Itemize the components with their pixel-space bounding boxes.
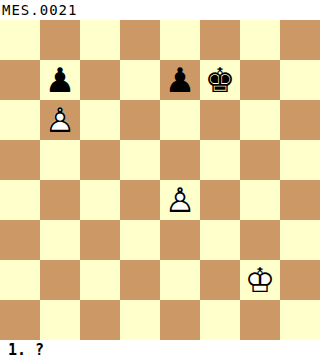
move-prompt: 1. ? xyxy=(8,341,44,359)
square-d1[interactable] xyxy=(120,300,160,340)
black-king-glyph: ♚ xyxy=(200,60,240,100)
square-a3[interactable] xyxy=(0,220,40,260)
square-g5[interactable] xyxy=(240,140,280,180)
square-c7[interactable] xyxy=(80,60,120,100)
square-a5[interactable] xyxy=(0,140,40,180)
diagram-footer: 1. ? xyxy=(0,340,320,360)
square-e4[interactable]: ♟♙ xyxy=(160,180,200,220)
square-b2[interactable] xyxy=(40,260,80,300)
square-b8[interactable] xyxy=(40,20,80,60)
square-h4[interactable] xyxy=(280,180,320,220)
square-b4[interactable] xyxy=(40,180,80,220)
white-pawn: ♟♙ xyxy=(40,100,80,140)
square-e6[interactable] xyxy=(160,100,200,140)
square-h8[interactable] xyxy=(280,20,320,60)
square-c2[interactable] xyxy=(80,260,120,300)
square-c5[interactable] xyxy=(80,140,120,180)
square-g8[interactable] xyxy=(240,20,280,60)
square-d5[interactable] xyxy=(120,140,160,180)
square-d6[interactable] xyxy=(120,100,160,140)
square-b6[interactable]: ♟♙ xyxy=(40,100,80,140)
square-a8[interactable] xyxy=(0,20,40,60)
square-d7[interactable] xyxy=(120,60,160,100)
square-a7[interactable] xyxy=(0,60,40,100)
square-h3[interactable] xyxy=(280,220,320,260)
square-c1[interactable] xyxy=(80,300,120,340)
square-e5[interactable] xyxy=(160,140,200,180)
square-f1[interactable] xyxy=(200,300,240,340)
black-pawn: ♟ xyxy=(160,60,200,100)
black-king: ♚ xyxy=(200,60,240,100)
square-c6[interactable] xyxy=(80,100,120,140)
square-g7[interactable] xyxy=(240,60,280,100)
square-f7[interactable]: ♚ xyxy=(200,60,240,100)
chess-board: ♟♟♚♟♙♟♙♚♔ xyxy=(0,20,320,340)
square-b1[interactable] xyxy=(40,300,80,340)
square-f4[interactable] xyxy=(200,180,240,220)
square-c4[interactable] xyxy=(80,180,120,220)
black-pawn-glyph: ♟ xyxy=(160,60,200,100)
square-b3[interactable] xyxy=(40,220,80,260)
square-e2[interactable] xyxy=(160,260,200,300)
square-e1[interactable] xyxy=(160,300,200,340)
puzzle-id: MES.0021 xyxy=(2,2,77,18)
diagram-header: MES.0021 xyxy=(0,0,320,20)
square-d4[interactable] xyxy=(120,180,160,220)
square-f8[interactable] xyxy=(200,20,240,60)
square-f3[interactable] xyxy=(200,220,240,260)
square-g1[interactable] xyxy=(240,300,280,340)
square-a6[interactable] xyxy=(0,100,40,140)
square-g2[interactable]: ♚♔ xyxy=(240,260,280,300)
square-f6[interactable] xyxy=(200,100,240,140)
white-king: ♚♔ xyxy=(240,260,280,300)
square-h2[interactable] xyxy=(280,260,320,300)
square-g3[interactable] xyxy=(240,220,280,260)
square-h5[interactable] xyxy=(280,140,320,180)
square-a2[interactable] xyxy=(0,260,40,300)
square-e3[interactable] xyxy=(160,220,200,260)
square-c3[interactable] xyxy=(80,220,120,260)
square-f2[interactable] xyxy=(200,260,240,300)
white-king-outline: ♔ xyxy=(240,260,280,300)
square-f5[interactable] xyxy=(200,140,240,180)
square-d3[interactable] xyxy=(120,220,160,260)
square-a1[interactable] xyxy=(0,300,40,340)
square-h1[interactable] xyxy=(280,300,320,340)
square-a4[interactable] xyxy=(0,180,40,220)
square-h7[interactable] xyxy=(280,60,320,100)
square-g4[interactable] xyxy=(240,180,280,220)
square-e8[interactable] xyxy=(160,20,200,60)
black-pawn-glyph: ♟ xyxy=(40,60,80,100)
square-g6[interactable] xyxy=(240,100,280,140)
square-e7[interactable]: ♟ xyxy=(160,60,200,100)
white-pawn-outline: ♙ xyxy=(160,180,200,220)
square-h6[interactable] xyxy=(280,100,320,140)
square-b5[interactable] xyxy=(40,140,80,180)
square-b7[interactable]: ♟ xyxy=(40,60,80,100)
square-c8[interactable] xyxy=(80,20,120,60)
square-d8[interactable] xyxy=(120,20,160,60)
black-pawn: ♟ xyxy=(40,60,80,100)
square-d2[interactable] xyxy=(120,260,160,300)
white-pawn-outline: ♙ xyxy=(40,100,80,140)
white-pawn: ♟♙ xyxy=(160,180,200,220)
